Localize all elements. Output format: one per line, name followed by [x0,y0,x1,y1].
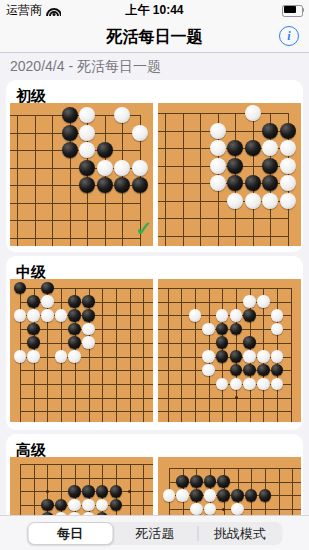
section-card-intermediate: 中级 [6,256,303,430]
white-stone [79,125,95,141]
black-stone [41,282,54,295]
black-stone [62,125,78,141]
white-stone [257,295,270,308]
black-stone [62,142,78,158]
white-stone [271,309,284,322]
white-stone [132,160,148,176]
go-board-intermediate-1[interactable] [10,279,153,422]
white-stone [280,175,296,191]
black-stone [14,282,27,295]
app-frame: 运营商 上午 10:44 死活每日一题 i 2020/4/4 - 死活每日一题 … [0,0,309,550]
stone-grid [161,281,298,418]
black-stone [227,175,243,191]
white-stone [68,350,81,363]
black-stone [245,140,261,156]
white-stone [14,309,27,322]
white-stone [190,503,203,516]
white-stone [68,499,81,512]
black-stone [68,309,81,322]
white-stone [55,309,68,322]
tab-problems[interactable]: 死活题 [113,522,197,545]
black-stone [114,177,130,193]
black-stone [176,475,189,488]
black-stone [68,295,81,308]
stone-grid [13,281,150,418]
white-stone [96,499,109,512]
black-stone [96,485,109,498]
black-stone [217,489,230,502]
black-stone [27,295,40,308]
white-stone [79,142,95,158]
white-stone [243,378,256,391]
battery-icon [282,5,304,16]
white-stone [202,323,215,336]
nav-bar: 死活每日一题 i [0,20,309,53]
white-stone [202,364,215,377]
white-stone [27,350,40,363]
black-stone [216,336,229,349]
go-board-beginner-1[interactable]: ✓ [10,103,153,246]
black-stone [262,123,278,139]
white-stone [41,295,54,308]
black-stone [110,485,123,498]
black-stone [190,489,203,502]
white-stone [257,350,270,363]
white-stone [204,489,217,502]
stone-grid [158,104,296,244]
black-stone [259,489,272,502]
status-time: 上午 10:44 [0,2,309,19]
black-stone [27,336,40,349]
white-stone [14,350,27,363]
black-stone [245,489,258,502]
white-stone [230,309,243,322]
white-stone [132,125,148,141]
white-stone [176,489,189,502]
tab-segmented-control: 每日 死活题 挑战模式 [27,522,282,545]
status-bar: 运营商 上午 10:44 [0,0,309,20]
black-stone [41,499,54,512]
black-stone [271,364,284,377]
black-stone [230,350,243,363]
white-stone [114,107,130,123]
black-stone [262,158,278,174]
white-stone [245,105,261,121]
black-stone [245,175,261,191]
black-stone [217,475,230,488]
info-button[interactable]: i [279,26,299,46]
white-stone [280,193,296,209]
black-stone [243,309,256,322]
white-stone [257,378,270,391]
white-stone [114,160,130,176]
white-stone [243,295,256,308]
black-stone [231,489,244,502]
black-stone [68,336,81,349]
white-stone [271,378,284,391]
black-stone [82,295,95,308]
white-stone [82,499,95,512]
black-stone [243,364,256,377]
white-stone [216,309,229,322]
white-stone [280,158,296,174]
white-stone [262,140,278,156]
black-stone [79,160,95,176]
black-stone [227,158,243,174]
white-stone [202,350,215,363]
black-stone [68,485,81,498]
black-stone [216,323,229,336]
black-stone [62,107,78,123]
go-board-intermediate-2[interactable] [158,279,301,422]
white-stone [271,350,284,363]
black-stone [82,485,95,498]
white-stone [271,323,284,336]
white-stone [245,193,261,209]
white-stone [231,503,244,516]
black-stone [227,140,243,156]
black-stone [280,123,296,139]
black-stone [68,323,81,336]
black-stone [216,350,229,363]
black-stone [97,177,113,193]
page-title: 死活每日一题 [0,27,309,48]
white-stone [210,175,226,191]
white-stone [280,140,296,156]
black-stone [110,499,123,512]
white-stone [210,140,226,156]
white-stone [79,107,95,123]
black-stone [257,364,270,377]
black-stone [55,499,68,512]
white-stone [210,158,226,174]
stone-grid [10,106,148,246]
white-stone [27,309,40,322]
white-stone [82,336,95,349]
black-stone [132,177,148,193]
white-stone [230,378,243,391]
white-stone [204,503,217,516]
white-stone [262,193,278,209]
tab-daily[interactable]: 每日 [27,522,113,545]
white-stone [216,378,229,391]
white-stone [163,489,176,502]
white-stone [227,193,243,209]
solved-check-icon: ✓ [135,218,153,239]
bottom-tab-bar: 每日 死活题 挑战模式 [0,515,309,550]
black-stone [97,142,113,158]
tab-challenge[interactable]: 挑战模式 [198,522,282,545]
white-stone [189,309,202,322]
white-stone [210,123,226,139]
white-stone [82,323,95,336]
black-stone [27,323,40,336]
black-stone [79,177,95,193]
black-stone [190,475,203,488]
white-stone [243,350,256,363]
section-card-beginner: 初级 ✓ [6,80,303,252]
white-stone [41,309,54,322]
white-stone [55,350,68,363]
black-stone [262,175,278,191]
black-stone [243,336,256,349]
date-header: 2020/4/4 - 死活每日一题 [10,58,161,76]
black-stone [82,309,95,322]
black-stone [230,364,243,377]
go-board-beginner-2[interactable] [158,103,301,246]
white-stone [97,160,113,176]
black-stone [230,323,243,336]
black-stone [204,475,217,488]
